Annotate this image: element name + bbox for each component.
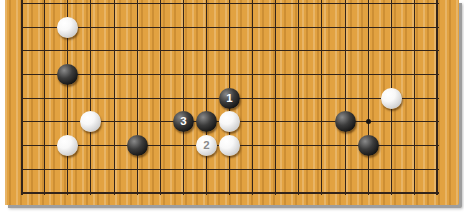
board-intersection[interactable]: [56, 157, 79, 181]
board-intersection[interactable]: [33, 134, 56, 158]
white-stone[interactable]: [219, 135, 240, 156]
board-intersection[interactable]: [149, 15, 172, 39]
board-intersection[interactable]: [241, 86, 264, 110]
board-intersection[interactable]: [403, 86, 426, 110]
board-intersection[interactable]: [241, 15, 264, 39]
board-intersection[interactable]: [195, 15, 218, 39]
board-intersection[interactable]: [287, 110, 310, 134]
board-intersection[interactable]: [380, 63, 403, 87]
board-intersection[interactable]: [357, 134, 380, 158]
board-intersection[interactable]: [380, 157, 403, 181]
board-intersection[interactable]: [149, 63, 172, 87]
board-intersection[interactable]: [241, 181, 264, 205]
board-intersection[interactable]: [333, 134, 356, 158]
board-intersection[interactable]: [264, 134, 287, 158]
board-intersection[interactable]: [218, 157, 241, 181]
star-point: [366, 119, 371, 124]
board-intersection[interactable]: [103, 181, 126, 205]
board-intersection[interactable]: [10, 86, 33, 110]
board-intersection[interactable]: [426, 181, 449, 205]
black-stone[interactable]: [335, 111, 356, 132]
white-stone[interactable]: [57, 135, 78, 156]
board-intersection[interactable]: [103, 39, 126, 63]
board-intersection[interactable]: [195, 63, 218, 87]
board-intersection[interactable]: [172, 86, 195, 110]
black-stone[interactable]: [127, 135, 148, 156]
board-intersection[interactable]: [195, 110, 218, 134]
board-intersection[interactable]: [10, 39, 33, 63]
board-intersection[interactable]: [172, 15, 195, 39]
board-intersection[interactable]: [426, 134, 449, 158]
move-number: 2: [203, 135, 209, 156]
board-intersection[interactable]: [79, 110, 102, 134]
board-intersection[interactable]: [310, 15, 333, 39]
board-intersection[interactable]: [195, 86, 218, 110]
board-intersection[interactable]: [380, 15, 403, 39]
board-intersection[interactable]: [357, 39, 380, 63]
board-intersection[interactable]: [10, 157, 33, 181]
board-intersection[interactable]: [380, 86, 403, 110]
board-intersection[interactable]: [172, 0, 195, 15]
board-intersection[interactable]: [149, 110, 172, 134]
board-intersection[interactable]: [310, 39, 333, 63]
board-intersection[interactable]: [56, 0, 79, 15]
board-intersection[interactable]: [195, 157, 218, 181]
black-stone[interactable]: [196, 111, 217, 132]
board-intersection[interactable]: 3: [172, 110, 195, 134]
board-intersection[interactable]: [172, 157, 195, 181]
board-intersection[interactable]: [172, 181, 195, 205]
board-intersection[interactable]: [264, 181, 287, 205]
black-stone[interactable]: 3: [173, 111, 194, 132]
board-intersection[interactable]: [333, 63, 356, 87]
board-intersection[interactable]: [172, 134, 195, 158]
board-intersection[interactable]: [426, 39, 449, 63]
board-intersection[interactable]: [126, 157, 149, 181]
board-intersection[interactable]: [10, 63, 33, 87]
board-intersection[interactable]: [56, 134, 79, 158]
board-intersection[interactable]: [264, 63, 287, 87]
board-intersection[interactable]: [149, 86, 172, 110]
board-intersection[interactable]: [103, 134, 126, 158]
black-stone[interactable]: [57, 64, 78, 85]
board-intersection[interactable]: [403, 134, 426, 158]
black-stone[interactable]: 1: [219, 88, 240, 109]
board-intersection[interactable]: [310, 157, 333, 181]
board-intersection[interactable]: [33, 110, 56, 134]
board-intersection[interactable]: [126, 0, 149, 15]
board-intersection[interactable]: [333, 181, 356, 205]
board-intersection[interactable]: [10, 181, 33, 205]
board-intersection[interactable]: [357, 15, 380, 39]
board-intersection[interactable]: [218, 39, 241, 63]
board-intersection[interactable]: [357, 0, 380, 15]
board-intersection[interactable]: [33, 157, 56, 181]
board-intersection[interactable]: [218, 110, 241, 134]
board-intersection[interactable]: [264, 110, 287, 134]
board-intersection[interactable]: 2: [195, 134, 218, 158]
board-intersection[interactable]: [79, 157, 102, 181]
board-intersection[interactable]: [103, 0, 126, 15]
board-intersection[interactable]: [333, 39, 356, 63]
board-intersection[interactable]: [10, 0, 33, 15]
board-intersection[interactable]: [426, 110, 449, 134]
board-intersection[interactable]: [310, 0, 333, 15]
board-intersection[interactable]: [10, 110, 33, 134]
board-intersection[interactable]: [264, 39, 287, 63]
board-intersection[interactable]: [426, 157, 449, 181]
board-intersection[interactable]: [241, 39, 264, 63]
board-intersection[interactable]: [33, 0, 56, 15]
board-intersection[interactable]: [287, 134, 310, 158]
board-intersection[interactable]: [287, 15, 310, 39]
board-intersection[interactable]: [333, 157, 356, 181]
black-stone[interactable]: [358, 135, 379, 156]
board-intersection[interactable]: [10, 15, 33, 39]
board-intersection[interactable]: [310, 86, 333, 110]
board-intersection[interactable]: [149, 181, 172, 205]
board-intersection[interactable]: [333, 110, 356, 134]
board-intersection[interactable]: [310, 110, 333, 134]
white-stone[interactable]: [381, 88, 402, 109]
white-stone[interactable]: [80, 111, 101, 132]
board-intersection[interactable]: [103, 63, 126, 87]
board-intersection[interactable]: [310, 181, 333, 205]
board-intersection[interactable]: [403, 63, 426, 87]
board-intersection[interactable]: [310, 63, 333, 87]
board-intersection[interactable]: [264, 15, 287, 39]
board-intersection[interactable]: [126, 181, 149, 205]
board-intersection[interactable]: [172, 39, 195, 63]
board-intersection[interactable]: [79, 63, 102, 87]
board-intersection[interactable]: [357, 86, 380, 110]
board-intersection[interactable]: [287, 86, 310, 110]
board-intersection[interactable]: [380, 181, 403, 205]
board-intersection[interactable]: [264, 86, 287, 110]
board-grid: 132: [10, 0, 449, 205]
board-intersection[interactable]: [126, 15, 149, 39]
board-intersection[interactable]: [79, 134, 102, 158]
board-intersection[interactable]: [10, 134, 33, 158]
board-intersection[interactable]: [357, 63, 380, 87]
board-intersection[interactable]: [33, 86, 56, 110]
board-intersection[interactable]: [103, 86, 126, 110]
board-intersection[interactable]: [287, 157, 310, 181]
board-intersection[interactable]: [241, 63, 264, 87]
board-intersection[interactable]: [56, 15, 79, 39]
board-intersection[interactable]: [149, 0, 172, 15]
board-intersection[interactable]: [380, 110, 403, 134]
board-intersection[interactable]: [172, 63, 195, 87]
board-intersection[interactable]: [33, 63, 56, 87]
board-intersection[interactable]: [126, 86, 149, 110]
board-intersection[interactable]: [56, 86, 79, 110]
white-stone[interactable]: [57, 17, 78, 38]
board-intersection[interactable]: [426, 86, 449, 110]
move-number: 1: [226, 88, 232, 109]
board-intersection[interactable]: [218, 134, 241, 158]
board-intersection[interactable]: [33, 181, 56, 205]
board-intersection[interactable]: [264, 157, 287, 181]
board-intersection[interactable]: [56, 39, 79, 63]
board-intersection[interactable]: [218, 15, 241, 39]
board-intersection[interactable]: [426, 0, 449, 15]
move-number: 3: [180, 111, 186, 132]
board-intersection[interactable]: [264, 0, 287, 15]
board-intersection[interactable]: [426, 63, 449, 87]
board-intersection[interactable]: [357, 181, 380, 205]
board-intersection[interactable]: [56, 110, 79, 134]
white-stone[interactable]: 2: [196, 135, 217, 156]
board-intersection[interactable]: [79, 15, 102, 39]
board-intersection[interactable]: [357, 110, 380, 134]
board-intersection[interactable]: [403, 0, 426, 15]
board-intersection[interactable]: [287, 0, 310, 15]
board-intersection[interactable]: [149, 157, 172, 181]
board-intersection[interactable]: [241, 0, 264, 15]
go-diagram: 132: [0, 0, 464, 218]
board-intersection[interactable]: [287, 39, 310, 63]
board-intersection[interactable]: [403, 157, 426, 181]
board-intersection[interactable]: [126, 39, 149, 63]
board-intersection[interactable]: [149, 39, 172, 63]
board-intersection[interactable]: [241, 157, 264, 181]
board-intersection[interactable]: [403, 15, 426, 39]
board-intersection[interactable]: [218, 181, 241, 205]
board-intersection[interactable]: [126, 63, 149, 87]
board-intersection[interactable]: [103, 15, 126, 39]
board-intersection[interactable]: [103, 157, 126, 181]
board-intersection[interactable]: [380, 39, 403, 63]
board-intersection[interactable]: [403, 181, 426, 205]
board-intersection[interactable]: [195, 0, 218, 15]
board-intersection[interactable]: [287, 63, 310, 87]
board-intersection[interactable]: [310, 134, 333, 158]
board-intersection[interactable]: [195, 39, 218, 63]
board-intersection[interactable]: [333, 15, 356, 39]
board-intersection[interactable]: [149, 134, 172, 158]
board-intersection[interactable]: [333, 0, 356, 15]
board-intersection[interactable]: [33, 39, 56, 63]
board-intersection[interactable]: [218, 63, 241, 87]
board-intersection[interactable]: [56, 181, 79, 205]
board-intersection[interactable]: [241, 110, 264, 134]
board-intersection[interactable]: [79, 39, 102, 63]
board-intersection[interactable]: [426, 15, 449, 39]
white-stone[interactable]: [219, 111, 240, 132]
board-intersection[interactable]: 1: [218, 86, 241, 110]
board-intersection[interactable]: [380, 134, 403, 158]
board-intersection[interactable]: [380, 0, 403, 15]
go-board: 132: [5, 0, 459, 205]
board-intersection[interactable]: [218, 0, 241, 15]
board-intersection[interactable]: [126, 134, 149, 158]
board-intersection[interactable]: [357, 157, 380, 181]
board-intersection[interactable]: [79, 0, 102, 15]
board-intersection[interactable]: [195, 181, 218, 205]
board-intersection[interactable]: [79, 181, 102, 205]
board-intersection[interactable]: [241, 134, 264, 158]
board-intersection[interactable]: [126, 110, 149, 134]
board-intersection[interactable]: [103, 110, 126, 134]
board-intersection[interactable]: [33, 15, 56, 39]
board-intersection[interactable]: [79, 86, 102, 110]
board-intersection[interactable]: [333, 86, 356, 110]
board-intersection[interactable]: [56, 63, 79, 87]
board-intersection[interactable]: [403, 110, 426, 134]
board-intersection[interactable]: [403, 39, 426, 63]
board-intersection[interactable]: [287, 181, 310, 205]
